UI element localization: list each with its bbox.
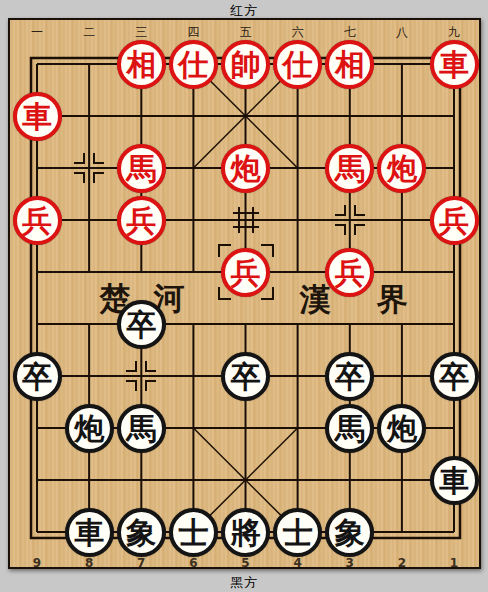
file-label-top: 七	[338, 24, 362, 41]
black-soldier[interactable]: 卒	[117, 300, 166, 349]
black-elephant[interactable]: 象	[325, 508, 374, 557]
file-label-bottom: 4	[286, 556, 310, 570]
red-cannon[interactable]: 炮	[221, 144, 270, 193]
black-soldier[interactable]: 卒	[221, 352, 270, 401]
red-elephant[interactable]: 相	[325, 40, 374, 89]
red-chariot[interactable]: 車	[13, 92, 62, 141]
file-label-bottom: 7	[129, 556, 153, 570]
file-label-top: 二	[77, 24, 101, 41]
black-cannon[interactable]: 炮	[65, 404, 114, 453]
red-soldier[interactable]: 兵	[221, 248, 270, 297]
file-label-top: 八	[390, 24, 414, 41]
black-chariot[interactable]: 車	[430, 456, 479, 505]
black-soldier[interactable]: 卒	[13, 352, 62, 401]
river-character: 界	[377, 279, 408, 321]
red-horse[interactable]: 馬	[117, 144, 166, 193]
red-advisor[interactable]: 仕	[273, 40, 322, 89]
file-label-bottom: 9	[25, 556, 49, 570]
file-label-bottom: 1	[442, 556, 466, 570]
file-label-bottom: 6	[181, 556, 205, 570]
point-marker	[335, 205, 365, 235]
black-horse[interactable]: 馬	[325, 404, 374, 453]
black-side-label: 黑方	[0, 574, 488, 592]
red-chariot[interactable]: 車	[430, 40, 479, 89]
point-marker	[74, 153, 104, 183]
red-elephant[interactable]: 相	[117, 40, 166, 89]
red-general[interactable]: 帥	[221, 40, 270, 89]
red-soldier[interactable]: 兵	[325, 248, 374, 297]
red-horse[interactable]: 馬	[325, 144, 374, 193]
black-elephant[interactable]: 象	[117, 508, 166, 557]
black-horse[interactable]: 馬	[117, 404, 166, 453]
river-character: 漢	[300, 279, 331, 321]
black-cannon[interactable]: 炮	[377, 404, 426, 453]
red-soldier[interactable]: 兵	[117, 196, 166, 245]
red-soldier[interactable]: 兵	[430, 196, 479, 245]
red-advisor[interactable]: 仕	[169, 40, 218, 89]
file-label-top: 九	[442, 24, 466, 41]
point-marker	[126, 361, 156, 391]
black-advisor[interactable]: 士	[273, 508, 322, 557]
file-label-bottom: 5	[234, 556, 258, 570]
black-soldier[interactable]: 卒	[325, 352, 374, 401]
file-label-top: 四	[181, 24, 205, 41]
file-label-bottom: 3	[338, 556, 362, 570]
black-chariot[interactable]: 車	[65, 508, 114, 557]
black-general[interactable]: 將	[221, 508, 270, 557]
last-move-origin-marker	[233, 207, 259, 233]
file-label-bottom: 2	[390, 556, 414, 570]
file-label-top: 三	[129, 24, 153, 41]
file-label-bottom: 8	[77, 556, 101, 570]
xiangqi-board[interactable]: 一二三四五六七八九 987654321 楚河漢界 相仕帥仕相車車馬炮馬炮兵兵兵兵…	[8, 18, 481, 569]
red-soldier[interactable]: 兵	[13, 196, 62, 245]
file-label-top: 一	[25, 24, 49, 41]
black-advisor[interactable]: 士	[169, 508, 218, 557]
file-label-top: 六	[286, 24, 310, 41]
red-cannon[interactable]: 炮	[377, 144, 426, 193]
file-label-top: 五	[234, 24, 258, 41]
black-soldier[interactable]: 卒	[430, 352, 479, 401]
